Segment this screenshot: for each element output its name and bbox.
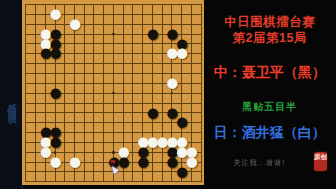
grid-line-v [201, 4, 202, 182]
white-stone[interactable]: ● [167, 78, 177, 88]
black-stone[interactable]: ● [167, 157, 177, 167]
white-stone[interactable]: ● [40, 147, 50, 157]
black-stone[interactable]: ● [147, 29, 157, 39]
black-player-label: 中：聂卫平（黑） [204, 64, 336, 82]
go-board[interactable]: ●●●●●●●●●●●●●●●●●●●●●●●●●●●●●●●●●●●●●●●●… [22, 0, 204, 185]
white-stone[interactable]: ● [50, 9, 60, 19]
white-stone[interactable]: ● [167, 48, 177, 58]
black-stone[interactable]: ● [167, 29, 177, 39]
watermark-row: 关注我...谢谢! 原创 [204, 152, 336, 176]
event-round: 第2届第15局 [204, 30, 336, 47]
left-watermark-strip: 感悟围棋 [0, 0, 23, 189]
last-move-marker [111, 160, 114, 163]
original-seal-badge: 原创 [314, 152, 327, 171]
grid-line-v [162, 4, 163, 182]
black-stone[interactable]: ● [167, 108, 177, 118]
black-stone[interactable]: ● [50, 48, 60, 58]
black-stone[interactable]: ● [147, 108, 157, 118]
watermark-text: 关注我...谢谢! [234, 158, 286, 168]
black-stone[interactable]: ● [40, 48, 50, 58]
grid-line-v [132, 4, 133, 182]
white-stone[interactable]: ● [69, 157, 79, 167]
white-stone[interactable]: ● [157, 137, 167, 147]
black-stone[interactable]: ● [176, 167, 186, 177]
event-title: 中日围棋擂台赛 [204, 14, 336, 31]
vertical-watermark-text: 感悟围棋 [5, 96, 18, 112]
black-stone[interactable]: ● [50, 88, 60, 98]
black-stone[interactable]: ● [137, 157, 147, 167]
black-stone[interactable]: ● [118, 157, 128, 167]
white-stone[interactable]: ● [69, 19, 79, 29]
info-panel: 中日围棋擂台赛 第2届第15局 中：聂卫平（黑） 黑贴五目半 日：酒井猛（白） … [204, 0, 336, 189]
white-player-label: 日：酒井猛（白） [204, 124, 336, 142]
komi-label: 黑贴五目半 [204, 100, 336, 114]
white-stone[interactable]: ● [176, 48, 186, 58]
grid-line-h [25, 181, 201, 182]
screenshot-root: 感悟围棋 ●●●●●●●●●●●●●●●●●●●●●●●●●●●●●●●●●●●… [0, 0, 336, 189]
white-stone[interactable]: ● [50, 157, 60, 167]
black-stone[interactable]: ● [176, 117, 186, 127]
